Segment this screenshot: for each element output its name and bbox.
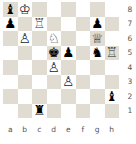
file-label-d: d [47, 123, 62, 135]
square-f1[interactable] [76, 104, 91, 119]
square-g8[interactable] [90, 2, 105, 17]
file-labels: abcdefgh [3, 123, 119, 135]
square-b7[interactable] [18, 17, 33, 32]
square-f7[interactable] [76, 17, 91, 32]
piece-black-king: ♚ [48, 46, 60, 60]
piece-white-knight: ♘ [48, 31, 60, 45]
square-f5[interactable] [76, 46, 91, 61]
square-c1[interactable]: ♜ [32, 104, 47, 119]
piece-white-pawn: ♙ [48, 60, 60, 74]
square-f2[interactable] [76, 89, 91, 104]
square-a6[interactable] [3, 31, 18, 46]
piece-white-rook: ♖ [106, 46, 118, 60]
square-e6[interactable] [61, 31, 76, 46]
file-label-c: c [32, 123, 47, 135]
chess-board[interactable]: ♝♔♟♖♟♙♘♕♚♟♞♖♙♙♝♜ [3, 2, 119, 118]
square-a1[interactable] [3, 104, 18, 119]
square-d8[interactable] [47, 2, 62, 17]
square-d4[interactable]: ♙ [47, 60, 62, 75]
square-h8[interactable] [105, 2, 120, 17]
square-d7[interactable] [47, 17, 62, 32]
square-f4[interactable] [76, 60, 91, 75]
piece-white-pawn: ♙ [62, 75, 74, 89]
file-label-a: a [3, 123, 18, 135]
rank-label-8: 8 [124, 2, 136, 17]
square-h1[interactable] [105, 104, 120, 119]
square-c4[interactable] [32, 60, 47, 75]
rank-labels: 87654321 [124, 2, 136, 118]
square-c7[interactable]: ♖ [32, 17, 47, 32]
square-d3[interactable] [47, 75, 62, 90]
piece-white-pawn: ♙ [19, 31, 31, 45]
file-label-e: e [61, 123, 76, 135]
board-area: ♝♔♟♖♟♙♘♕♚♟♞♖♙♙♝♜ 87654321 abcdefgh [3, 2, 119, 118]
piece-black-rook: ♜ [33, 104, 45, 118]
square-b1[interactable] [18, 104, 33, 119]
square-e1[interactable] [61, 104, 76, 119]
square-b6[interactable]: ♙ [18, 31, 33, 46]
square-b3[interactable] [18, 75, 33, 90]
square-h2[interactable]: ♝ [105, 89, 120, 104]
square-d5[interactable]: ♚ [47, 46, 62, 61]
square-g1[interactable] [90, 104, 105, 119]
rank-label-5: 5 [124, 46, 136, 61]
square-a4[interactable] [3, 60, 18, 75]
square-e7[interactable] [61, 17, 76, 32]
square-g2[interactable] [90, 89, 105, 104]
piece-black-bishop: ♝ [4, 2, 16, 16]
square-b2[interactable] [18, 89, 33, 104]
square-f6[interactable] [76, 31, 91, 46]
square-c6[interactable] [32, 31, 47, 46]
square-a8[interactable]: ♝ [3, 2, 18, 17]
chess-diagram: ♝♔♟♖♟♙♘♕♚♟♞♖♙♙♝♜ 87654321 abcdefgh [0, 0, 136, 144]
piece-black-bishop: ♝ [106, 89, 118, 103]
square-a7[interactable]: ♟ [3, 17, 18, 32]
square-h7[interactable] [105, 17, 120, 32]
rank-label-4: 4 [124, 60, 136, 75]
square-h6[interactable] [105, 31, 120, 46]
file-label-b: b [18, 123, 33, 135]
square-f3[interactable] [76, 75, 91, 90]
rank-label-1: 1 [124, 104, 136, 119]
square-c3[interactable] [32, 75, 47, 90]
square-b8[interactable]: ♔ [18, 2, 33, 17]
square-a5[interactable] [3, 46, 18, 61]
file-label-g: g [90, 123, 105, 135]
square-d2[interactable] [47, 89, 62, 104]
square-h3[interactable] [105, 75, 120, 90]
square-c8[interactable] [32, 2, 47, 17]
rank-label-7: 7 [124, 17, 136, 32]
square-e2[interactable] [61, 89, 76, 104]
piece-white-queen: ♕ [91, 31, 103, 45]
rank-label-3: 3 [124, 75, 136, 90]
piece-black-pawn: ♟ [4, 17, 16, 31]
square-d1[interactable] [47, 104, 62, 119]
piece-white-king: ♔ [19, 2, 31, 16]
square-g6[interactable]: ♕ [90, 31, 105, 46]
square-f8[interactable] [76, 2, 91, 17]
square-g5[interactable]: ♞ [90, 46, 105, 61]
square-a3[interactable] [3, 75, 18, 90]
square-b5[interactable] [18, 46, 33, 61]
square-d6[interactable]: ♘ [47, 31, 62, 46]
square-e8[interactable] [61, 2, 76, 17]
piece-white-rook: ♖ [33, 17, 45, 31]
square-g4[interactable] [90, 60, 105, 75]
square-h5[interactable]: ♖ [105, 46, 120, 61]
square-e3[interactable]: ♙ [61, 75, 76, 90]
square-g3[interactable] [90, 75, 105, 90]
file-label-h: h [105, 123, 120, 135]
square-a2[interactable] [3, 89, 18, 104]
rank-label-2: 2 [124, 89, 136, 104]
rank-label-6: 6 [124, 31, 136, 46]
piece-black-knight: ♞ [91, 46, 103, 60]
file-label-f: f [76, 123, 91, 135]
square-c5[interactable] [32, 46, 47, 61]
square-e4[interactable] [61, 60, 76, 75]
square-e5[interactable]: ♟ [61, 46, 76, 61]
piece-black-pawn: ♟ [91, 17, 103, 31]
square-g7[interactable]: ♟ [90, 17, 105, 32]
square-c2[interactable] [32, 89, 47, 104]
piece-black-pawn: ♟ [62, 46, 74, 60]
square-h4[interactable] [105, 60, 120, 75]
square-b4[interactable] [18, 60, 33, 75]
